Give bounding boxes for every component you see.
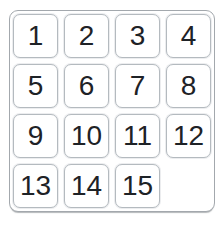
tile-2[interactable]: 2 bbox=[64, 14, 109, 58]
tile-7[interactable]: 7 bbox=[115, 64, 160, 108]
tile-9[interactable]: 9 bbox=[13, 114, 58, 158]
tile-13[interactable]: 13 bbox=[13, 164, 58, 208]
puzzle-board: 1 2 3 4 5 6 7 8 9 10 11 12 13 14 15 bbox=[9, 10, 215, 212]
empty-cell bbox=[166, 164, 211, 208]
tile-4[interactable]: 4 bbox=[166, 14, 211, 58]
tile-5[interactable]: 5 bbox=[13, 64, 58, 108]
tile-15[interactable]: 15 bbox=[115, 164, 160, 208]
tile-8[interactable]: 8 bbox=[166, 64, 211, 108]
tile-12[interactable]: 12 bbox=[166, 114, 211, 158]
puzzle-screen: 1 2 3 4 5 6 7 8 9 10 11 12 13 14 15 bbox=[0, 0, 224, 225]
tile-3[interactable]: 3 bbox=[115, 14, 160, 58]
tile-14[interactable]: 14 bbox=[64, 164, 109, 208]
tile-11[interactable]: 11 bbox=[115, 114, 160, 158]
tile-10[interactable]: 10 bbox=[64, 114, 109, 158]
tile-6[interactable]: 6 bbox=[64, 64, 109, 108]
tile-1[interactable]: 1 bbox=[13, 14, 58, 58]
